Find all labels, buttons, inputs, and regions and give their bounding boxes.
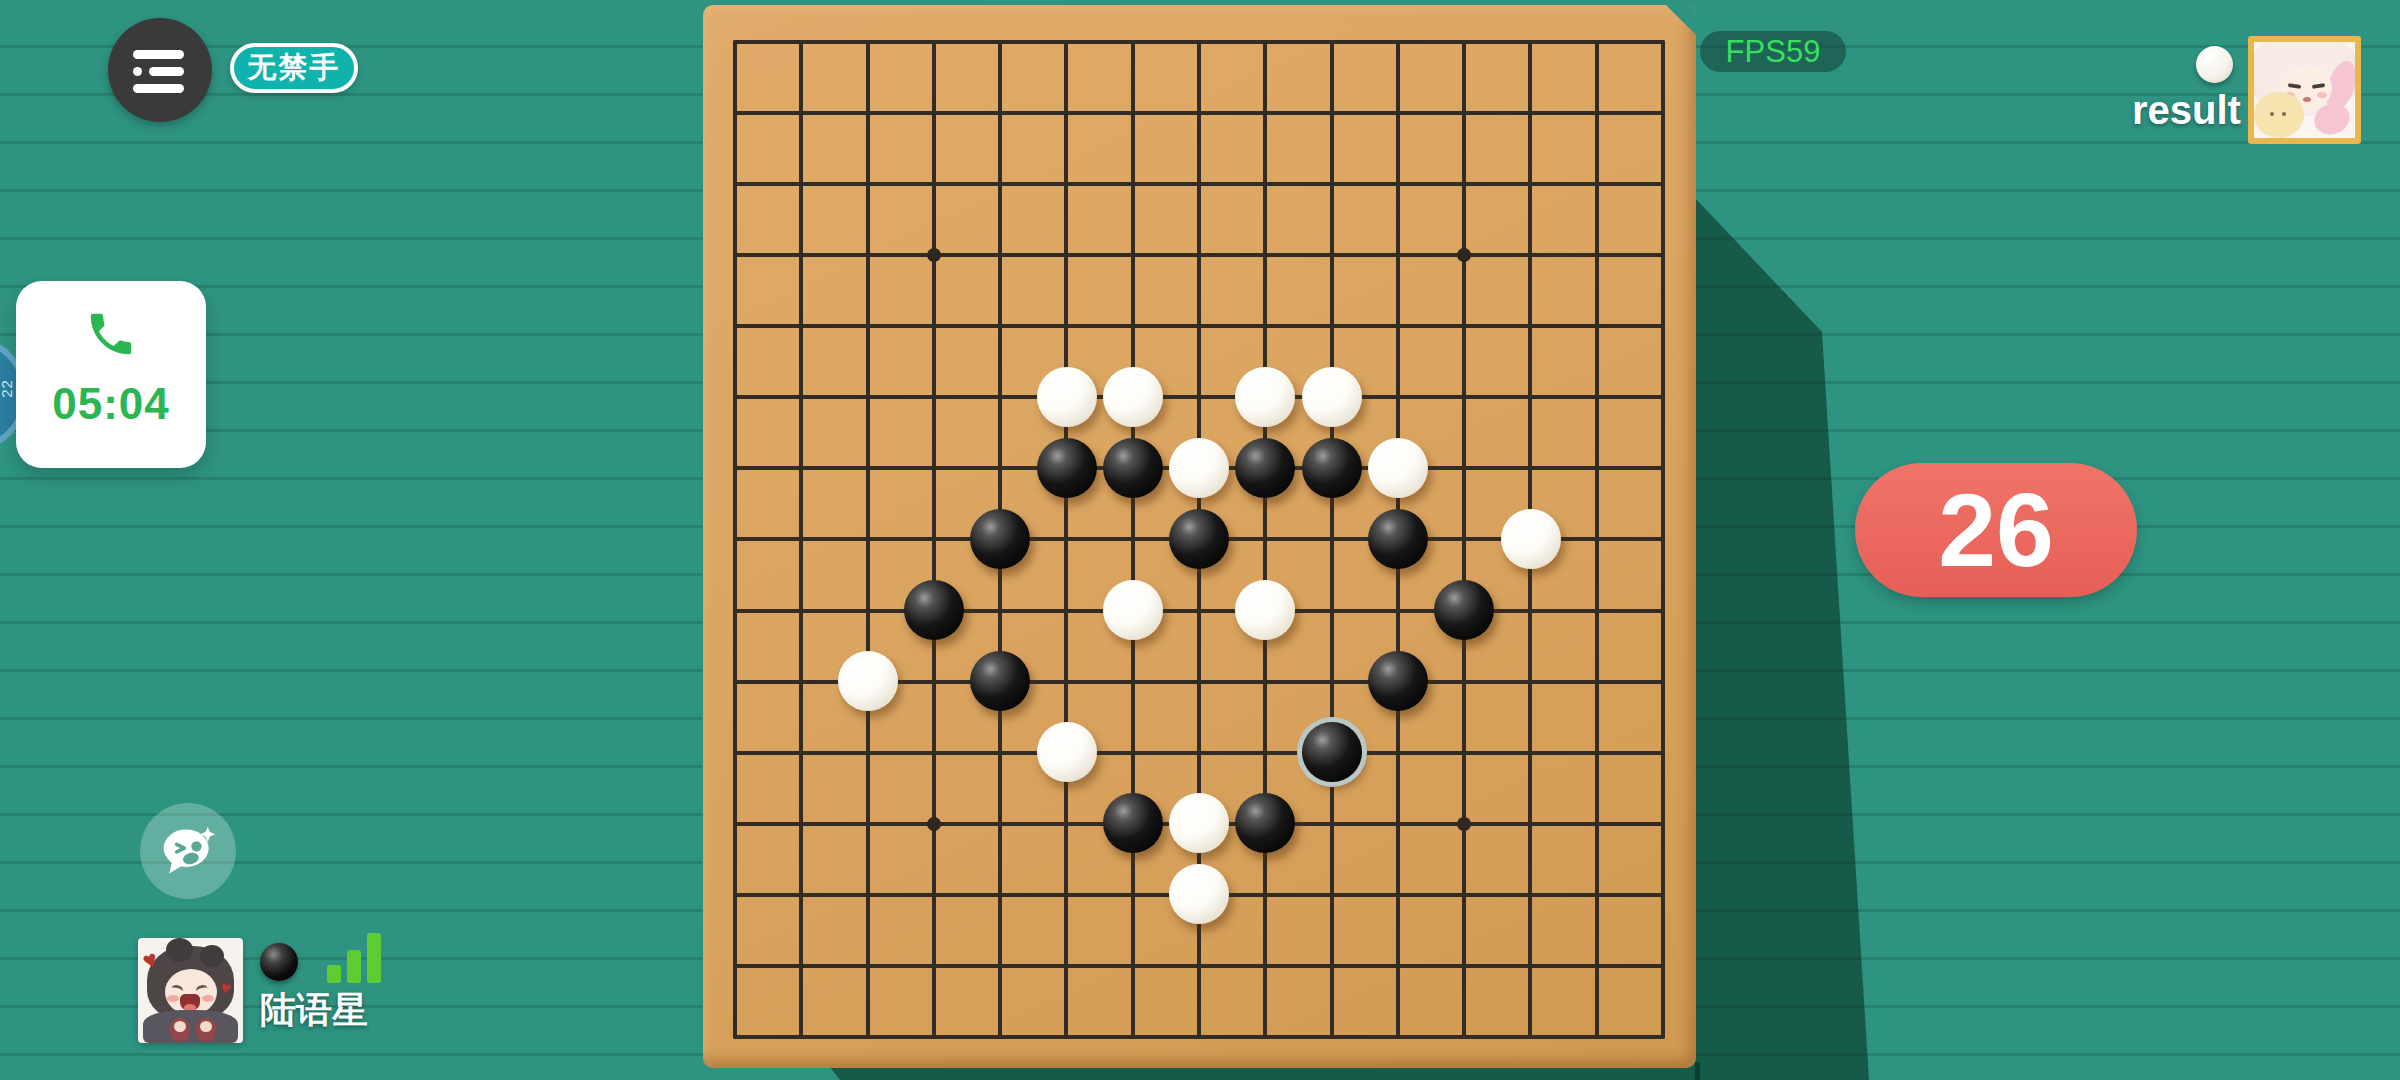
board-cell-k4[interactable] [1365, 788, 1431, 859]
board-cell-f2[interactable] [1033, 930, 1099, 1001]
board-cell-h1[interactable] [1166, 1001, 1232, 1068]
board-cell-c7[interactable] [835, 575, 901, 646]
board-cell-n9[interactable] [1564, 432, 1630, 503]
board-cell-n13[interactable] [1564, 148, 1630, 219]
board-cell-m6[interactable] [1497, 646, 1563, 717]
board-cell-m9[interactable] [1497, 432, 1563, 503]
opponent-avatar[interactable] [2248, 36, 2361, 144]
board-cell-b14[interactable] [768, 77, 834, 148]
board-cell-m3[interactable] [1497, 859, 1563, 930]
board-cell-a7[interactable] [703, 575, 768, 646]
board-cell-a13[interactable] [703, 148, 768, 219]
board-cell-g8[interactable] [1100, 503, 1166, 574]
board-cell-i3[interactable] [1232, 859, 1298, 930]
board-cell-f7[interactable] [1033, 575, 1099, 646]
board-cell-e2[interactable] [967, 930, 1033, 1001]
board-cell-d3[interactable] [901, 859, 967, 930]
board-cell-k15[interactable] [1365, 6, 1431, 77]
board-cell-e14[interactable] [967, 77, 1033, 148]
board-cell-a11[interactable] [703, 290, 768, 361]
board-cell-i4[interactable] [1232, 788, 1298, 859]
board-cell-g9[interactable] [1100, 432, 1166, 503]
board-cell-e15[interactable] [967, 6, 1033, 77]
board-cell-l13[interactable] [1431, 148, 1497, 219]
board-cell-d9[interactable] [901, 432, 967, 503]
board-cell-l6[interactable] [1431, 646, 1497, 717]
board-cell-o14[interactable] [1630, 77, 1696, 148]
board-cell-a14[interactable] [703, 77, 768, 148]
board-cell-f3[interactable] [1033, 859, 1099, 930]
board-cell-f5[interactable] [1033, 717, 1099, 788]
board-cell-e5[interactable] [967, 717, 1033, 788]
board-cell-b10[interactable] [768, 361, 834, 432]
avatar-hair-bun [200, 945, 224, 967]
board-cell-h15[interactable] [1166, 6, 1232, 77]
board-cell-n12[interactable] [1564, 219, 1630, 290]
avatar-blush [167, 995, 179, 1002]
player-avatar[interactable]: ♥ ♥ [138, 938, 243, 1043]
black-stone [1368, 509, 1428, 569]
fps-badge: FPS59 [1700, 31, 1846, 72]
board-cell-o6[interactable] [1630, 646, 1696, 717]
board-cell-j10[interactable] [1299, 361, 1365, 432]
board-cell-e8[interactable] [967, 503, 1033, 574]
board-cell-k6[interactable] [1365, 646, 1431, 717]
board-cell-m4[interactable] [1497, 788, 1563, 859]
board-cell-o10[interactable] [1630, 361, 1696, 432]
avatar-doll [196, 1018, 216, 1042]
black-stone [1368, 651, 1428, 711]
rule-badge: 无禁手 [230, 43, 358, 93]
board-cell-h8[interactable] [1166, 503, 1232, 574]
white-stone [1037, 367, 1097, 427]
board-cell-n2[interactable] [1564, 930, 1630, 1001]
player-name: 陆语星 [260, 986, 368, 1035]
board-cell-g6[interactable] [1100, 646, 1166, 717]
board-cell-j8[interactable] [1299, 503, 1365, 574]
black-stone [970, 509, 1030, 569]
board-cell-g3[interactable] [1100, 859, 1166, 930]
board-cell-f11[interactable] [1033, 290, 1099, 361]
board-cell-i10[interactable] [1232, 361, 1298, 432]
board-cell-h9[interactable] [1166, 432, 1232, 503]
board-cell-b13[interactable] [768, 148, 834, 219]
white-stone [1368, 438, 1428, 498]
heart-icon: ♥ [139, 944, 161, 975]
board-cell-f9[interactable] [1033, 432, 1099, 503]
board-cell-l4[interactable] [1431, 788, 1497, 859]
board-cell-b4[interactable] [768, 788, 834, 859]
board-cell-c9[interactable] [835, 432, 901, 503]
board-cell-l3[interactable] [1431, 859, 1497, 930]
board-cell-j6[interactable] [1299, 646, 1365, 717]
white-stone [1103, 580, 1163, 640]
board-cell-m10[interactable] [1497, 361, 1563, 432]
board-cell-h10[interactable] [1166, 361, 1232, 432]
board-cell-o7[interactable] [1630, 575, 1696, 646]
board-cell-n7[interactable] [1564, 575, 1630, 646]
board-cell-d1[interactable] [901, 1001, 967, 1068]
board-cell-m1[interactable] [1497, 1001, 1563, 1068]
phone-icon [84, 307, 138, 361]
black-stone [904, 580, 964, 640]
avatar-hair-bun [166, 938, 193, 962]
board-cell-k3[interactable] [1365, 859, 1431, 930]
board-cell-h3[interactable] [1166, 859, 1232, 930]
voice-call-timer-card[interactable]: 05:04 [16, 281, 206, 468]
board-cell-l2[interactable] [1431, 930, 1497, 1001]
board-cell-h12[interactable] [1166, 219, 1232, 290]
board-cell-h14[interactable] [1166, 77, 1232, 148]
board-cell-d6[interactable] [901, 646, 967, 717]
board-cell-l7[interactable] [1431, 575, 1497, 646]
avatar-doll [170, 1018, 190, 1042]
board-cell-a2[interactable] [703, 930, 768, 1001]
board-cell-e12[interactable] [967, 219, 1033, 290]
board-cell-k14[interactable] [1365, 77, 1431, 148]
board-cell-k12[interactable] [1365, 219, 1431, 290]
board-cell-j4[interactable] [1299, 788, 1365, 859]
board-cell-d15[interactable] [901, 6, 967, 77]
board-cell-i7[interactable] [1232, 575, 1298, 646]
board-cell-j9[interactable] [1299, 432, 1365, 503]
game-screen: 无禁手 FPS59 22 05:04 ♥ ♥ [0, 0, 2400, 1080]
white-stone [1169, 864, 1229, 924]
board-cell-e9[interactable] [967, 432, 1033, 503]
call-timer: 05:04 [52, 379, 170, 429]
board-cell-l1[interactable] [1431, 1001, 1497, 1068]
white-stone [1037, 722, 1097, 782]
board-cell-n1[interactable] [1564, 1001, 1630, 1068]
board-cell-j14[interactable] [1299, 77, 1365, 148]
board-cell-d4[interactable] [901, 788, 967, 859]
avatar-plush [2254, 92, 2304, 138]
board-cell-e10[interactable] [967, 361, 1033, 432]
board-cell-b7[interactable] [768, 575, 834, 646]
board-cell-h2[interactable] [1166, 930, 1232, 1001]
board-cell-i6[interactable] [1232, 646, 1298, 717]
board-cell-k1[interactable] [1365, 1001, 1431, 1068]
board-cell-d12[interactable] [901, 219, 967, 290]
board-cell-c14[interactable] [835, 77, 901, 148]
avatar-body [143, 1010, 238, 1043]
board-cell-c13[interactable] [835, 148, 901, 219]
board-cell-k5[interactable] [1365, 717, 1431, 788]
board-cell-g5[interactable] [1100, 717, 1166, 788]
board-cell-k10[interactable] [1365, 361, 1431, 432]
board-cell-o11[interactable] [1630, 290, 1696, 361]
board-cell-j15[interactable] [1299, 6, 1365, 77]
board-cell-n5[interactable] [1564, 717, 1630, 788]
board-cell-k8[interactable] [1365, 503, 1431, 574]
board-cell-i13[interactable] [1232, 148, 1298, 219]
board-cell-f10[interactable] [1033, 361, 1099, 432]
board-cell-e13[interactable] [967, 148, 1033, 219]
black-stone [1302, 722, 1362, 782]
black-stone [1235, 438, 1295, 498]
board-cell-o4[interactable] [1630, 788, 1696, 859]
board-grid [703, 6, 1696, 1068]
board-cell-c15[interactable] [835, 6, 901, 77]
board-cell-n10[interactable] [1564, 361, 1630, 432]
board-cell-d10[interactable] [901, 361, 967, 432]
board-cell-h13[interactable] [1166, 148, 1232, 219]
board-cell-i12[interactable] [1232, 219, 1298, 290]
board-cell-f12[interactable] [1033, 219, 1099, 290]
black-stone [1302, 438, 1362, 498]
board-cell-d14[interactable] [901, 77, 967, 148]
board-cell-o9[interactable] [1630, 432, 1696, 503]
board-cell-d11[interactable] [901, 290, 967, 361]
board-cell-h11[interactable] [1166, 290, 1232, 361]
menu-button[interactable] [108, 18, 212, 122]
avatar-mouth [2303, 97, 2311, 102]
board-cell-m2[interactable] [1497, 930, 1563, 1001]
board-cell-e4[interactable] [967, 788, 1033, 859]
board-cell-a9[interactable] [703, 432, 768, 503]
board-cell-a15[interactable] [703, 6, 768, 77]
board-cell-l5[interactable] [1431, 717, 1497, 788]
board-cell-g7[interactable] [1100, 575, 1166, 646]
board-cell-n8[interactable] [1564, 503, 1630, 574]
board-cell-k7[interactable] [1365, 575, 1431, 646]
board-cell-b3[interactable] [768, 859, 834, 930]
board-cell-i1[interactable] [1232, 1001, 1298, 1068]
board-cell-c11[interactable] [835, 290, 901, 361]
board-cell-j3[interactable] [1299, 859, 1365, 930]
board-cell-b12[interactable] [768, 219, 834, 290]
board-cell-e1[interactable] [967, 1001, 1033, 1068]
board-cell-l14[interactable] [1431, 77, 1497, 148]
board-cell-f8[interactable] [1033, 503, 1099, 574]
board-cell-f13[interactable] [1033, 148, 1099, 219]
board-cell-m12[interactable] [1497, 219, 1563, 290]
board-cell-i5[interactable] [1232, 717, 1298, 788]
board-cell-l11[interactable] [1431, 290, 1497, 361]
white-stone [1302, 367, 1362, 427]
board-cell-n4[interactable] [1564, 788, 1630, 859]
board-cell-f14[interactable] [1033, 77, 1099, 148]
board-cell-j13[interactable] [1299, 148, 1365, 219]
board-cell-j5[interactable] [1299, 717, 1365, 788]
board-cell-d2[interactable] [901, 930, 967, 1001]
board-cell-a6[interactable] [703, 646, 768, 717]
board-cell-c8[interactable] [835, 503, 901, 574]
board-cell-i8[interactable] [1232, 503, 1298, 574]
black-stone [970, 651, 1030, 711]
board-cell-l9[interactable] [1431, 432, 1497, 503]
black-stone-icon [260, 943, 298, 981]
board-cell-d7[interactable] [901, 575, 967, 646]
black-stone [1169, 509, 1229, 569]
board-cell-b11[interactable] [768, 290, 834, 361]
board-cell-a5[interactable] [703, 717, 768, 788]
board-cell-h4[interactable] [1166, 788, 1232, 859]
board-cell-g15[interactable] [1100, 6, 1166, 77]
board-cell-a3[interactable] [703, 859, 768, 930]
board-cell-a8[interactable] [703, 503, 768, 574]
avatar-blush [202, 995, 214, 1002]
board-cell-b2[interactable] [768, 930, 834, 1001]
board-cell-j2[interactable] [1299, 930, 1365, 1001]
gomoku-board [703, 5, 1696, 1068]
board-cell-g12[interactable] [1100, 219, 1166, 290]
countdown-value: 26 [1938, 471, 2054, 590]
board-cell-e6[interactable] [967, 646, 1033, 717]
black-stone [1434, 580, 1494, 640]
white-stone-icon [2196, 46, 2233, 83]
board-cell-h7[interactable] [1166, 575, 1232, 646]
white-stone [838, 651, 898, 711]
white-stone [1169, 438, 1229, 498]
board-cell-m11[interactable] [1497, 290, 1563, 361]
board-cell-o13[interactable] [1630, 148, 1696, 219]
board-cell-g13[interactable] [1100, 148, 1166, 219]
board-cell-f6[interactable] [1033, 646, 1099, 717]
board-cell-g1[interactable] [1100, 1001, 1166, 1068]
board-cell-c12[interactable] [835, 219, 901, 290]
board-cell-j12[interactable] [1299, 219, 1365, 290]
fps-label: FPS59 [1726, 34, 1821, 70]
board-cell-a1[interactable] [703, 1001, 768, 1068]
board-cell-b15[interactable] [768, 6, 834, 77]
board-cell-o5[interactable] [1630, 717, 1696, 788]
board-cell-g11[interactable] [1100, 290, 1166, 361]
board-cell-b9[interactable] [768, 432, 834, 503]
board-cell-n3[interactable] [1564, 859, 1630, 930]
board-cell-f15[interactable] [1033, 6, 1099, 77]
board-cell-c1[interactable] [835, 1001, 901, 1068]
board-cell-n11[interactable] [1564, 290, 1630, 361]
board-cell-f4[interactable] [1033, 788, 1099, 859]
board-cell-m5[interactable] [1497, 717, 1563, 788]
board-cell-i9[interactable] [1232, 432, 1298, 503]
board-cell-h5[interactable] [1166, 717, 1232, 788]
board-cell-c3[interactable] [835, 859, 901, 930]
board-cell-o8[interactable] [1630, 503, 1696, 574]
board-cell-f1[interactable] [1033, 1001, 1099, 1068]
board-cell-m7[interactable] [1497, 575, 1563, 646]
board-cell-j11[interactable] [1299, 290, 1365, 361]
board-cell-m14[interactable] [1497, 77, 1563, 148]
side-badge-text: 22 [0, 379, 15, 398]
board-cell-n6[interactable] [1564, 646, 1630, 717]
board-cell-c5[interactable] [835, 717, 901, 788]
white-stone [1235, 580, 1295, 640]
board-cell-n15[interactable] [1564, 6, 1630, 77]
board-cell-g10[interactable] [1100, 361, 1166, 432]
black-stone [1037, 438, 1097, 498]
board-cell-m13[interactable] [1497, 148, 1563, 219]
board-cell-c2[interactable] [835, 930, 901, 1001]
board-cell-o12[interactable] [1630, 219, 1696, 290]
black-stone [1235, 793, 1295, 853]
board-cell-l8[interactable] [1431, 503, 1497, 574]
board-cell-c4[interactable] [835, 788, 901, 859]
board-cell-e11[interactable] [967, 290, 1033, 361]
board-cell-d5[interactable] [901, 717, 967, 788]
board-cell-d8[interactable] [901, 503, 967, 574]
board-cell-o2[interactable] [1630, 930, 1696, 1001]
white-stone [1169, 793, 1229, 853]
board-cell-l15[interactable] [1431, 6, 1497, 77]
board-cell-b1[interactable] [768, 1001, 834, 1068]
board-cell-o15[interactable] [1630, 6, 1696, 77]
white-stone [1501, 509, 1561, 569]
board-cell-k9[interactable] [1365, 432, 1431, 503]
rule-badge-label: 无禁手 [248, 48, 341, 88]
board-cell-e7[interactable] [967, 575, 1033, 646]
board-cell-b5[interactable] [768, 717, 834, 788]
board-cell-i15[interactable] [1232, 6, 1298, 77]
board-cell-i11[interactable] [1232, 290, 1298, 361]
avatar-blush [2317, 92, 2327, 98]
board-cell-b6[interactable] [768, 646, 834, 717]
board-cell-c6[interactable] [835, 646, 901, 717]
board-cell-b8[interactable] [768, 503, 834, 574]
board-cell-i2[interactable] [1232, 930, 1298, 1001]
board-cell-h6[interactable] [1166, 646, 1232, 717]
board-cell-g2[interactable] [1100, 930, 1166, 1001]
signal-bars-icon [327, 933, 383, 983]
board-cell-o3[interactable] [1630, 859, 1696, 930]
board-cell-j7[interactable] [1299, 575, 1365, 646]
move-countdown-badge: 26 [1855, 463, 2137, 597]
board-cell-a12[interactable] [703, 219, 768, 290]
board-cell-j1[interactable] [1299, 1001, 1365, 1068]
chat-smiley-icon [157, 821, 219, 881]
board-cell-n14[interactable] [1564, 77, 1630, 148]
board-cell-m15[interactable] [1497, 6, 1563, 77]
board-cell-c10[interactable] [835, 361, 901, 432]
board-cell-k13[interactable] [1365, 148, 1431, 219]
board-cell-g14[interactable] [1100, 77, 1166, 148]
board-cell-a4[interactable] [703, 788, 768, 859]
board-cell-o1[interactable] [1630, 1001, 1696, 1068]
board-cell-k2[interactable] [1365, 930, 1431, 1001]
board-cell-m8[interactable] [1497, 503, 1563, 574]
board-cell-g4[interactable] [1100, 788, 1166, 859]
black-stone [1103, 438, 1163, 498]
white-stone [1235, 367, 1295, 427]
white-stone [1103, 367, 1163, 427]
result-label[interactable]: result [2132, 88, 2236, 133]
board-cell-l12[interactable] [1431, 219, 1497, 290]
board-cell-a10[interactable] [703, 361, 768, 432]
board-cell-e3[interactable] [967, 859, 1033, 930]
black-stone [1103, 793, 1163, 853]
board-cell-l10[interactable] [1431, 361, 1497, 432]
board-cell-i14[interactable] [1232, 77, 1298, 148]
board-cell-k11[interactable] [1365, 290, 1431, 361]
board-cell-d13[interactable] [901, 148, 967, 219]
emote-chat-button[interactable] [140, 803, 236, 899]
